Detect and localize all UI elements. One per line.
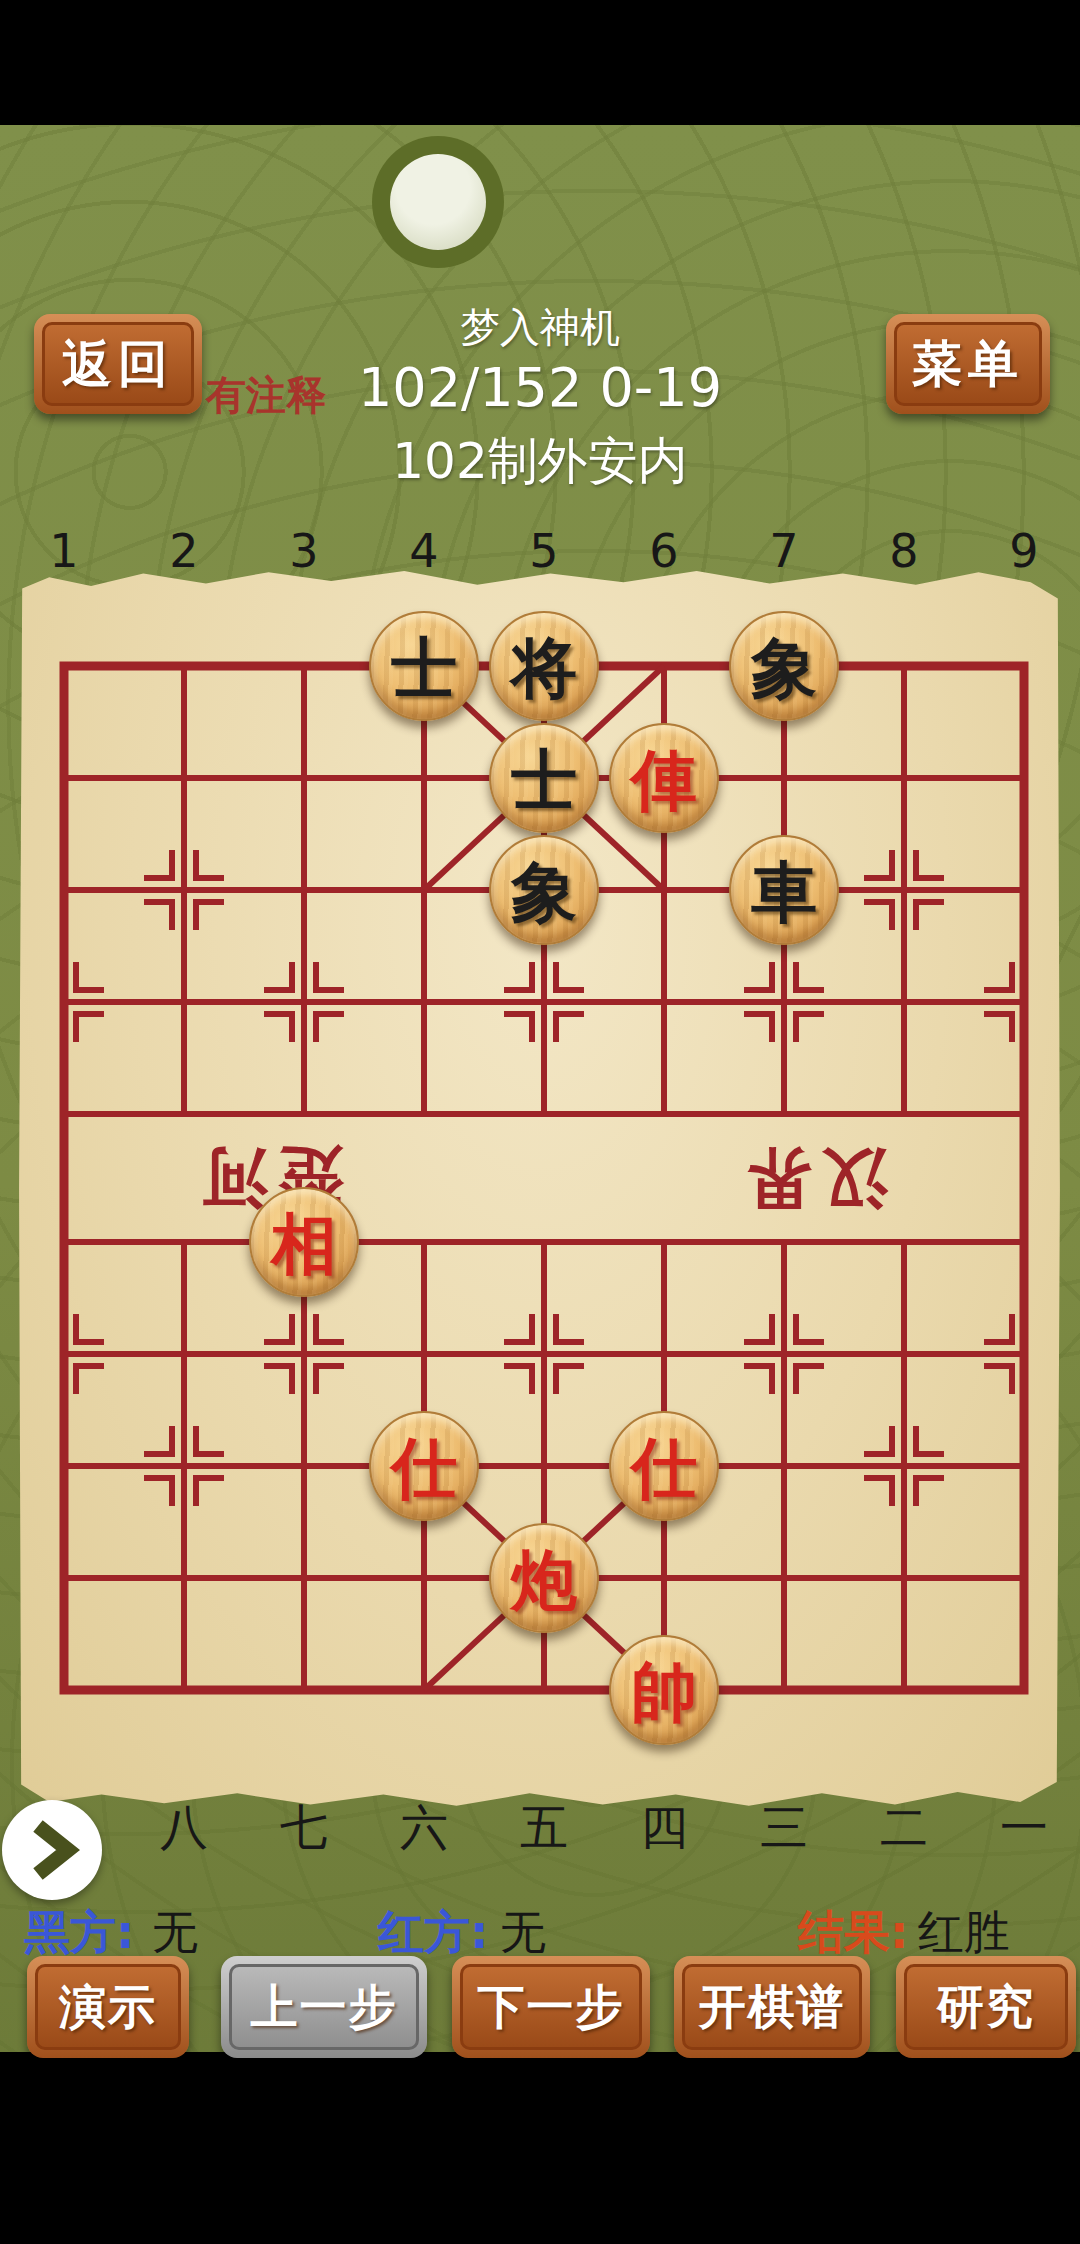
bottom-black-bar: [0, 2052, 1080, 2244]
demo-button-label: 演示: [59, 1976, 157, 2039]
piece-red-elephant[interactable]: 相: [249, 1187, 359, 1297]
piece-red-chariot[interactable]: 俥: [609, 723, 719, 833]
piece-black-elephant-1[interactable]: 象: [729, 611, 839, 721]
file-label-5: 五: [504, 1796, 584, 1860]
file-label-6: 六: [384, 1796, 464, 1860]
col-label-8: 8: [864, 524, 944, 578]
col-label-9: 9: [984, 524, 1064, 578]
menu-button[interactable]: 菜单: [886, 314, 1050, 414]
file-label-7: 七: [264, 1796, 344, 1860]
open-manual-button[interactable]: 开棋谱: [674, 1956, 870, 2058]
next-step-button[interactable]: 下一步: [452, 1956, 650, 2058]
file-label-2: 二: [864, 1796, 944, 1860]
col-label-2: 2: [144, 524, 224, 578]
piece-red-advisor-1[interactable]: 仕: [369, 1411, 479, 1521]
piece-black-advisor-2[interactable]: 士: [489, 723, 599, 833]
chevron-right-icon: [2, 1800, 102, 1900]
black-side-value: 无: [152, 1902, 198, 1964]
piece-red-advisor-2[interactable]: 仕: [609, 1411, 719, 1521]
puzzle-name: 102制外安内: [0, 428, 1080, 495]
river-text-right: 汉界: [736, 1140, 889, 1217]
piece-black-general[interactable]: 将: [489, 611, 599, 721]
piece-black-chariot[interactable]: 車: [729, 835, 839, 945]
top-black-bar: [0, 0, 1080, 125]
col-label-7: 7: [744, 524, 824, 578]
piece-black-elephant-2[interactable]: 象: [489, 835, 599, 945]
black-side-label: 黑方:: [24, 1902, 134, 1964]
back-button[interactable]: 返回: [34, 314, 202, 414]
col-label-5: 5: [504, 524, 584, 578]
top-circle-indicator[interactable]: [372, 136, 504, 268]
file-label-4: 四: [624, 1796, 704, 1860]
red-side-label: 红方:: [378, 1902, 488, 1964]
piece-red-cannon[interactable]: 炮: [489, 1523, 599, 1633]
open-manual-label: 开棋谱: [699, 1976, 846, 2039]
fast-forward-button[interactable]: [2, 1800, 102, 1900]
study-button[interactable]: 研究: [896, 1956, 1076, 2058]
annotation-flag: 有注释: [206, 368, 326, 423]
piece-red-general[interactable]: 帥: [609, 1635, 719, 1745]
col-label-6: 6: [624, 524, 704, 578]
file-label-1: 一: [984, 1796, 1064, 1860]
circle-inner: [390, 154, 486, 250]
result-label: 结果:: [798, 1902, 908, 1964]
col-label-4: 4: [384, 524, 464, 578]
col-label-1: 1: [24, 524, 104, 578]
piece-black-advisor-1[interactable]: 士: [369, 611, 479, 721]
prev-step-button[interactable]: 上一步: [221, 1956, 427, 2058]
menu-button-label: 菜单: [912, 331, 1024, 398]
file-label-8: 八: [144, 1796, 224, 1860]
result-value: 红胜: [918, 1902, 1010, 1964]
next-step-label: 下一步: [478, 1976, 625, 2039]
back-button-label: 返回: [62, 331, 174, 398]
prev-step-label: 上一步: [251, 1976, 398, 2039]
file-label-3: 三: [744, 1796, 824, 1860]
col-label-3: 3: [264, 524, 344, 578]
red-side-value: 无: [500, 1902, 546, 1964]
study-button-label: 研究: [937, 1976, 1035, 2039]
demo-button[interactable]: 演示: [27, 1956, 189, 2058]
